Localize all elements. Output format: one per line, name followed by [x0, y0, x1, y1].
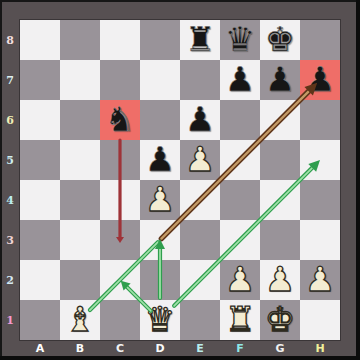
square-h8[interactable] [300, 20, 340, 60]
square-e3[interactable] [180, 220, 220, 260]
square-b7[interactable] [60, 60, 100, 100]
black-king-g8[interactable]: ♚ [260, 19, 300, 59]
square-g3[interactable] [260, 220, 300, 260]
black-pawn-h7[interactable]: ♟ [300, 59, 340, 99]
white-pawn-d4[interactable]: ♟ [140, 179, 180, 219]
square-d2[interactable] [140, 260, 180, 300]
white-pawn-f2[interactable]: ♟ [220, 259, 260, 299]
square-f1[interactable]: ♜ [220, 300, 260, 340]
black-queen-f8[interactable]: ♛ [220, 19, 260, 59]
square-h2[interactable]: ♟ [300, 260, 340, 300]
square-a5[interactable] [20, 140, 60, 180]
square-g8[interactable]: ♚ [260, 20, 300, 60]
square-a3[interactable] [20, 220, 60, 260]
square-f8[interactable]: ♛ [220, 20, 260, 60]
square-f5[interactable] [220, 140, 260, 180]
square-e1[interactable] [180, 300, 220, 340]
file-label-E: E [180, 340, 220, 357]
file-label-D: D [140, 340, 180, 357]
white-pawn-g2[interactable]: ♟ [260, 259, 300, 299]
square-d1[interactable]: ♛ [140, 300, 180, 340]
rank-label-7: 7 [0, 60, 20, 100]
square-g5[interactable] [260, 140, 300, 180]
white-queen-d1[interactable]: ♛ [140, 299, 180, 339]
white-pawn-h2[interactable]: ♟ [300, 259, 340, 299]
file-label-F: F [220, 340, 260, 357]
file-label-A: A [20, 340, 60, 357]
file-label-C: C [100, 340, 140, 357]
rank-label-2: 2 [0, 260, 20, 300]
square-c5[interactable] [100, 140, 140, 180]
square-c6[interactable]: ♞ [100, 100, 140, 140]
square-a8[interactable] [20, 20, 60, 60]
square-a7[interactable] [20, 60, 60, 100]
square-b8[interactable] [60, 20, 100, 60]
frame-edge-bottom [0, 356, 360, 360]
square-g1[interactable]: ♚ [260, 300, 300, 340]
square-d6[interactable] [140, 100, 180, 140]
square-c2[interactable] [100, 260, 140, 300]
square-f4[interactable] [220, 180, 260, 220]
square-c3[interactable] [100, 220, 140, 260]
square-d4[interactable]: ♟ [140, 180, 180, 220]
square-c8[interactable] [100, 20, 140, 60]
square-h6[interactable] [300, 100, 340, 140]
square-d5[interactable]: ♟ [140, 140, 180, 180]
square-b2[interactable] [60, 260, 100, 300]
square-e5[interactable]: ♟ [180, 140, 220, 180]
square-e8[interactable]: ♜ [180, 20, 220, 60]
square-a4[interactable] [20, 180, 60, 220]
square-c4[interactable] [100, 180, 140, 220]
square-a6[interactable] [20, 100, 60, 140]
square-e2[interactable] [180, 260, 220, 300]
square-d7[interactable] [140, 60, 180, 100]
black-rook-e8[interactable]: ♜ [180, 19, 220, 59]
square-e6[interactable]: ♟ [180, 100, 220, 140]
square-a1[interactable] [20, 300, 60, 340]
rank-labels: 87654321 [0, 20, 20, 340]
white-bishop-b1[interactable]: ♝ [60, 299, 100, 339]
square-f2[interactable]: ♟ [220, 260, 260, 300]
rank-label-8: 8 [0, 20, 20, 60]
square-e4[interactable] [180, 180, 220, 220]
file-label-G: G [260, 340, 300, 357]
square-d8[interactable] [140, 20, 180, 60]
black-pawn-f7[interactable]: ♟ [220, 59, 260, 99]
square-h5[interactable] [300, 140, 340, 180]
frame-edge-right [356, 0, 360, 360]
square-g2[interactable]: ♟ [260, 260, 300, 300]
square-c1[interactable] [100, 300, 140, 340]
square-b3[interactable] [60, 220, 100, 260]
file-label-H: H [300, 340, 340, 357]
chess-board-frame: 87654321 ABCDEFGH ♜♛♚♟♟♟♞♟♟♟♟♟♟♟♝♛♜♚ [0, 0, 360, 360]
square-g7[interactable]: ♟ [260, 60, 300, 100]
black-pawn-d5[interactable]: ♟ [140, 139, 180, 179]
square-h4[interactable] [300, 180, 340, 220]
square-h3[interactable] [300, 220, 340, 260]
square-h7[interactable]: ♟ [300, 60, 340, 100]
frame-edge-top [0, 0, 360, 2]
square-b5[interactable] [60, 140, 100, 180]
rank-label-4: 4 [0, 180, 20, 220]
file-label-B: B [60, 340, 100, 357]
square-b4[interactable] [60, 180, 100, 220]
white-king-g1[interactable]: ♚ [260, 299, 300, 339]
square-a2[interactable] [20, 260, 60, 300]
square-f3[interactable] [220, 220, 260, 260]
frame-edge-left [0, 0, 2, 360]
square-h1[interactable] [300, 300, 340, 340]
file-labels: ABCDEFGH [20, 340, 340, 357]
square-e7[interactable] [180, 60, 220, 100]
square-g6[interactable] [260, 100, 300, 140]
square-b1[interactable]: ♝ [60, 300, 100, 340]
rank-label-6: 6 [0, 100, 20, 140]
chess-board[interactable]: ♜♛♚♟♟♟♞♟♟♟♟♟♟♟♝♛♜♚ [20, 20, 340, 340]
black-pawn-g7[interactable]: ♟ [260, 59, 300, 99]
rank-label-5: 5 [0, 140, 20, 180]
black-knight-c6[interactable]: ♞ [100, 99, 140, 139]
black-pawn-e6[interactable]: ♟ [180, 99, 220, 139]
white-pawn-e5[interactable]: ♟ [180, 139, 220, 179]
rank-label-3: 3 [0, 220, 20, 260]
square-d3[interactable] [140, 220, 180, 260]
square-c7[interactable] [100, 60, 140, 100]
square-g4[interactable] [260, 180, 300, 220]
square-f6[interactable] [220, 100, 260, 140]
white-rook-f1[interactable]: ♜ [220, 299, 260, 339]
rank-label-1: 1 [0, 300, 20, 340]
square-b6[interactable] [60, 100, 100, 140]
square-f7[interactable]: ♟ [220, 60, 260, 100]
